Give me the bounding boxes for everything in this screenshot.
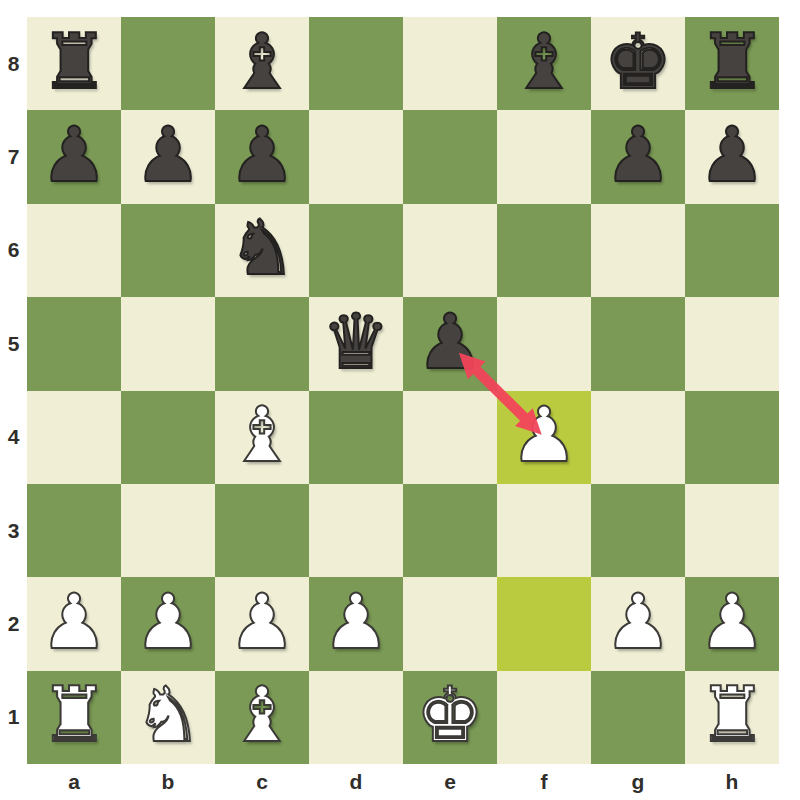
square-c1[interactable]: ♝ — [215, 671, 309, 764]
square-c6[interactable]: ♞ — [215, 204, 309, 297]
square-f6[interactable] — [497, 204, 591, 297]
square-h5[interactable] — [685, 297, 779, 390]
file-label-h: h — [685, 764, 779, 800]
piece-black-pawn[interactable]: ♟ — [698, 117, 766, 193]
square-d2[interactable]: ♟ — [309, 577, 403, 670]
rank-labels: 87654321 — [0, 17, 27, 764]
square-h3[interactable] — [685, 484, 779, 577]
piece-white-knight[interactable]: ♞ — [134, 677, 202, 753]
piece-black-rook[interactable]: ♜ — [40, 24, 108, 100]
file-labels: abcdefgh — [27, 764, 779, 800]
rank-label-4: 4 — [0, 391, 27, 484]
piece-white-pawn[interactable]: ♟ — [228, 584, 296, 660]
square-b5[interactable] — [121, 297, 215, 390]
square-d3[interactable] — [309, 484, 403, 577]
square-a8[interactable]: ♜ — [27, 17, 121, 110]
square-c2[interactable]: ♟ — [215, 577, 309, 670]
square-e5[interactable]: ♟ — [403, 297, 497, 390]
square-h1[interactable]: ♜ — [685, 671, 779, 764]
square-d6[interactable] — [309, 204, 403, 297]
piece-white-pawn[interactable]: ♟ — [698, 584, 766, 660]
piece-white-pawn[interactable]: ♟ — [604, 584, 672, 660]
piece-black-bishop[interactable]: ♝ — [510, 24, 578, 100]
square-e1[interactable]: ♚ — [403, 671, 497, 764]
square-d5[interactable]: ♛ — [309, 297, 403, 390]
square-d7[interactable] — [309, 110, 403, 203]
square-f2[interactable] — [497, 577, 591, 670]
square-b1[interactable]: ♞ — [121, 671, 215, 764]
square-f8[interactable]: ♝ — [497, 17, 591, 110]
chess-board: ♜♝♝♚♜♟♟♟♟♟♞♛♟♝♟♟♟♟♟♟♟♜♞♝♚♜ — [27, 17, 779, 764]
rank-label-3: 3 — [0, 484, 27, 577]
square-h7[interactable]: ♟ — [685, 110, 779, 203]
square-h6[interactable] — [685, 204, 779, 297]
rank-label-8: 8 — [0, 17, 27, 110]
square-b4[interactable] — [121, 391, 215, 484]
square-a5[interactable] — [27, 297, 121, 390]
square-b7[interactable]: ♟ — [121, 110, 215, 203]
square-d1[interactable] — [309, 671, 403, 764]
file-label-e: e — [403, 764, 497, 800]
square-c7[interactable]: ♟ — [215, 110, 309, 203]
piece-white-rook[interactable]: ♜ — [40, 677, 108, 753]
piece-white-rook[interactable]: ♜ — [698, 677, 766, 753]
file-label-b: b — [121, 764, 215, 800]
square-b2[interactable]: ♟ — [121, 577, 215, 670]
square-c5[interactable] — [215, 297, 309, 390]
piece-black-pawn[interactable]: ♟ — [40, 117, 108, 193]
square-a7[interactable]: ♟ — [27, 110, 121, 203]
piece-white-pawn[interactable]: ♟ — [134, 584, 202, 660]
rank-label-6: 6 — [0, 204, 27, 297]
file-label-f: f — [497, 764, 591, 800]
square-b3[interactable] — [121, 484, 215, 577]
square-g6[interactable] — [591, 204, 685, 297]
square-a1[interactable]: ♜ — [27, 671, 121, 764]
square-h8[interactable]: ♜ — [685, 17, 779, 110]
piece-white-bishop[interactable]: ♝ — [228, 397, 296, 473]
square-a6[interactable] — [27, 204, 121, 297]
square-a4[interactable] — [27, 391, 121, 484]
square-e6[interactable] — [403, 204, 497, 297]
piece-black-knight[interactable]: ♞ — [228, 210, 296, 286]
rank-label-7: 7 — [0, 110, 27, 203]
piece-black-pawn[interactable]: ♟ — [134, 117, 202, 193]
square-g2[interactable]: ♟ — [591, 577, 685, 670]
square-a3[interactable] — [27, 484, 121, 577]
square-e3[interactable] — [403, 484, 497, 577]
piece-black-pawn[interactable]: ♟ — [228, 117, 296, 193]
square-g3[interactable] — [591, 484, 685, 577]
square-e2[interactable] — [403, 577, 497, 670]
square-e4[interactable] — [403, 391, 497, 484]
piece-black-queen[interactable]: ♛ — [322, 304, 390, 380]
square-b8[interactable] — [121, 17, 215, 110]
square-b6[interactable] — [121, 204, 215, 297]
square-f5[interactable] — [497, 297, 591, 390]
square-f3[interactable] — [497, 484, 591, 577]
file-label-a: a — [27, 764, 121, 800]
square-d8[interactable] — [309, 17, 403, 110]
piece-black-pawn[interactable]: ♟ — [416, 304, 484, 380]
piece-white-pawn[interactable]: ♟ — [510, 397, 578, 473]
piece-black-bishop[interactable]: ♝ — [228, 24, 296, 100]
square-h4[interactable] — [685, 391, 779, 484]
file-label-d: d — [309, 764, 403, 800]
rank-label-1: 1 — [0, 671, 27, 764]
piece-black-rook[interactable]: ♜ — [698, 24, 766, 100]
square-c3[interactable] — [215, 484, 309, 577]
square-g7[interactable]: ♟ — [591, 110, 685, 203]
square-c4[interactable]: ♝ — [215, 391, 309, 484]
square-e8[interactable] — [403, 17, 497, 110]
square-g1[interactable] — [591, 671, 685, 764]
piece-white-king[interactable]: ♚ — [416, 677, 484, 753]
square-g4[interactable] — [591, 391, 685, 484]
square-c8[interactable]: ♝ — [215, 17, 309, 110]
square-e7[interactable] — [403, 110, 497, 203]
file-label-g: g — [591, 764, 685, 800]
piece-black-pawn[interactable]: ♟ — [604, 117, 672, 193]
piece-black-king[interactable]: ♚ — [604, 24, 672, 100]
square-f4[interactable]: ♟ — [497, 391, 591, 484]
piece-white-pawn[interactable]: ♟ — [322, 584, 390, 660]
square-f7[interactable] — [497, 110, 591, 203]
square-h2[interactable]: ♟ — [685, 577, 779, 670]
square-g5[interactable] — [591, 297, 685, 390]
square-f1[interactable] — [497, 671, 591, 764]
piece-white-pawn[interactable]: ♟ — [40, 584, 108, 660]
square-a2[interactable]: ♟ — [27, 577, 121, 670]
square-d4[interactable] — [309, 391, 403, 484]
rank-label-5: 5 — [0, 297, 27, 390]
square-g8[interactable]: ♚ — [591, 17, 685, 110]
file-label-c: c — [215, 764, 309, 800]
piece-white-bishop[interactable]: ♝ — [228, 677, 296, 753]
rank-label-2: 2 — [0, 577, 27, 670]
